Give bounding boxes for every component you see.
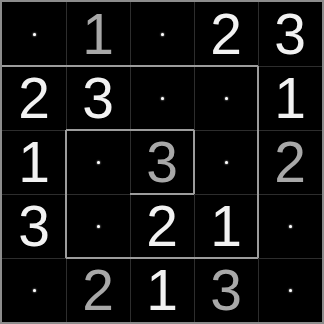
empty-cell-dot bbox=[97, 161, 100, 164]
clue-number: 1 bbox=[146, 262, 178, 319]
cell-r1c0: 2 bbox=[2, 66, 66, 130]
drawn-edge-h-4-1[interactable] bbox=[66, 257, 130, 259]
cell-r3c1 bbox=[66, 194, 130, 258]
clue-number: 2 bbox=[146, 198, 178, 255]
clue-number: 1 bbox=[18, 134, 50, 191]
empty-cell-dot bbox=[225, 161, 228, 164]
drawn-edge-h-3-2[interactable] bbox=[130, 193, 194, 195]
clue-number: 2 bbox=[18, 70, 50, 127]
cell-r0c4: 3 bbox=[258, 2, 322, 66]
empty-cell-dot bbox=[161, 97, 164, 100]
cell-r3c2: 2 bbox=[130, 194, 194, 258]
cell-r3c3: 1 bbox=[194, 194, 258, 258]
cell-r2c1 bbox=[66, 130, 130, 194]
cell-r4c0 bbox=[2, 258, 66, 322]
drawn-edge-h-2-1[interactable] bbox=[66, 129, 130, 131]
cell-r1c3 bbox=[194, 66, 258, 130]
cell-r4c1: 2 bbox=[66, 258, 130, 322]
cell-r1c1: 3 bbox=[66, 66, 130, 130]
cell-r2c0: 1 bbox=[2, 130, 66, 194]
cell-r3c0: 3 bbox=[2, 194, 66, 258]
cell-r4c3: 3 bbox=[194, 258, 258, 322]
drawn-edge-h-2-2[interactable] bbox=[130, 129, 194, 131]
cell-grid: 123231132321213 bbox=[2, 2, 322, 322]
drawn-edge-v-3-1[interactable] bbox=[65, 194, 67, 258]
cell-r2c4: 2 bbox=[258, 130, 322, 194]
drawn-edge-h-4-3[interactable] bbox=[194, 257, 258, 259]
drawn-edge-h-4-2[interactable] bbox=[130, 257, 194, 259]
clue-number: 1 bbox=[210, 198, 242, 255]
drawn-edge-v-3-4[interactable] bbox=[257, 194, 259, 258]
cell-r2c3 bbox=[194, 130, 258, 194]
drawn-edge-v-1-4[interactable] bbox=[257, 66, 259, 130]
empty-cell-dot bbox=[225, 97, 228, 100]
clue-number: 3 bbox=[274, 6, 306, 63]
grid-line-vertical-2 bbox=[130, 2, 131, 322]
empty-cell-dot bbox=[289, 225, 292, 228]
clue-number: 3 bbox=[18, 198, 50, 255]
empty-cell-dot bbox=[289, 289, 292, 292]
drawn-edge-v-2-1[interactable] bbox=[65, 130, 67, 194]
cell-r1c2 bbox=[130, 66, 194, 130]
clue-number: 2 bbox=[210, 6, 242, 63]
empty-cell-dot bbox=[33, 33, 36, 36]
cell-r0c0 bbox=[2, 2, 66, 66]
cell-r2c2: 3 bbox=[130, 130, 194, 194]
cell-r4c2: 1 bbox=[130, 258, 194, 322]
clue-number: 3 bbox=[146, 134, 178, 191]
drawn-edge-h-1-2[interactable] bbox=[130, 65, 194, 67]
drawn-edge-v-2-3[interactable] bbox=[193, 130, 195, 194]
clue-number: 3 bbox=[210, 262, 242, 319]
cell-r0c2 bbox=[130, 2, 194, 66]
drawn-edge-v-2-4[interactable] bbox=[257, 130, 259, 194]
drawn-edge-h-1-3[interactable] bbox=[194, 65, 258, 67]
drawn-edge-h-1-1[interactable] bbox=[66, 65, 130, 67]
clue-number: 2 bbox=[274, 134, 306, 191]
cell-r0c3: 2 bbox=[194, 2, 258, 66]
slitherlink-board: 123231132321213 bbox=[0, 0, 324, 324]
empty-cell-dot bbox=[33, 289, 36, 292]
clue-number: 1 bbox=[82, 6, 114, 63]
clue-number: 2 bbox=[82, 262, 114, 319]
cell-r3c4 bbox=[258, 194, 322, 258]
clue-number: 3 bbox=[82, 70, 114, 127]
empty-cell-dot bbox=[161, 33, 164, 36]
empty-cell-dot bbox=[97, 225, 100, 228]
cell-r0c1: 1 bbox=[66, 2, 130, 66]
drawn-edge-h-1-0[interactable] bbox=[2, 65, 66, 67]
cell-r4c4 bbox=[258, 258, 322, 322]
clue-number: 1 bbox=[274, 70, 306, 127]
cell-r1c4: 1 bbox=[258, 66, 322, 130]
